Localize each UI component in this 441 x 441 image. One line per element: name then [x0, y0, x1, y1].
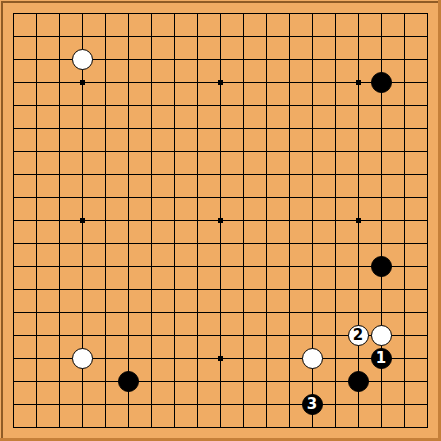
go-board: 213: [0, 0, 441, 441]
board-frame-top: [1, 1, 438, 3]
star-point: [218, 80, 223, 85]
grid-line-horizontal: [13, 289, 428, 290]
grid-line-vertical: [427, 13, 428, 428]
stone-black: [371, 72, 392, 93]
stone-black: 3: [302, 394, 323, 415]
star-point: [218, 218, 223, 223]
stone-white: [371, 325, 392, 346]
grid-line-vertical: [335, 13, 336, 428]
grid-line-vertical: [243, 13, 244, 428]
board-frame-left: [1, 1, 3, 438]
stone-white: [72, 49, 93, 70]
stone-black: [348, 371, 369, 392]
grid-line-vertical: [404, 13, 405, 428]
move-number: 2: [353, 328, 363, 343]
stone-black: [371, 256, 392, 277]
star-point: [218, 356, 223, 361]
grid-line-vertical: [266, 13, 267, 428]
grid-line-horizontal: [13, 243, 428, 244]
star-point: [356, 218, 361, 223]
move-number: 1: [376, 351, 386, 366]
stone-white: [72, 348, 93, 369]
stone-black: 1: [371, 348, 392, 369]
star-point: [80, 218, 85, 223]
grid-line-horizontal: [13, 266, 428, 267]
star-point: [356, 80, 361, 85]
stone-black: [118, 371, 139, 392]
grid-line-horizontal: [13, 404, 428, 405]
stone-white: [302, 348, 323, 369]
stone-white: 2: [348, 325, 369, 346]
move-number: 3: [307, 397, 317, 412]
grid-line-horizontal: [13, 312, 428, 313]
grid-line-horizontal: [13, 427, 428, 428]
grid-line-vertical: [289, 13, 290, 428]
star-point: [80, 80, 85, 85]
